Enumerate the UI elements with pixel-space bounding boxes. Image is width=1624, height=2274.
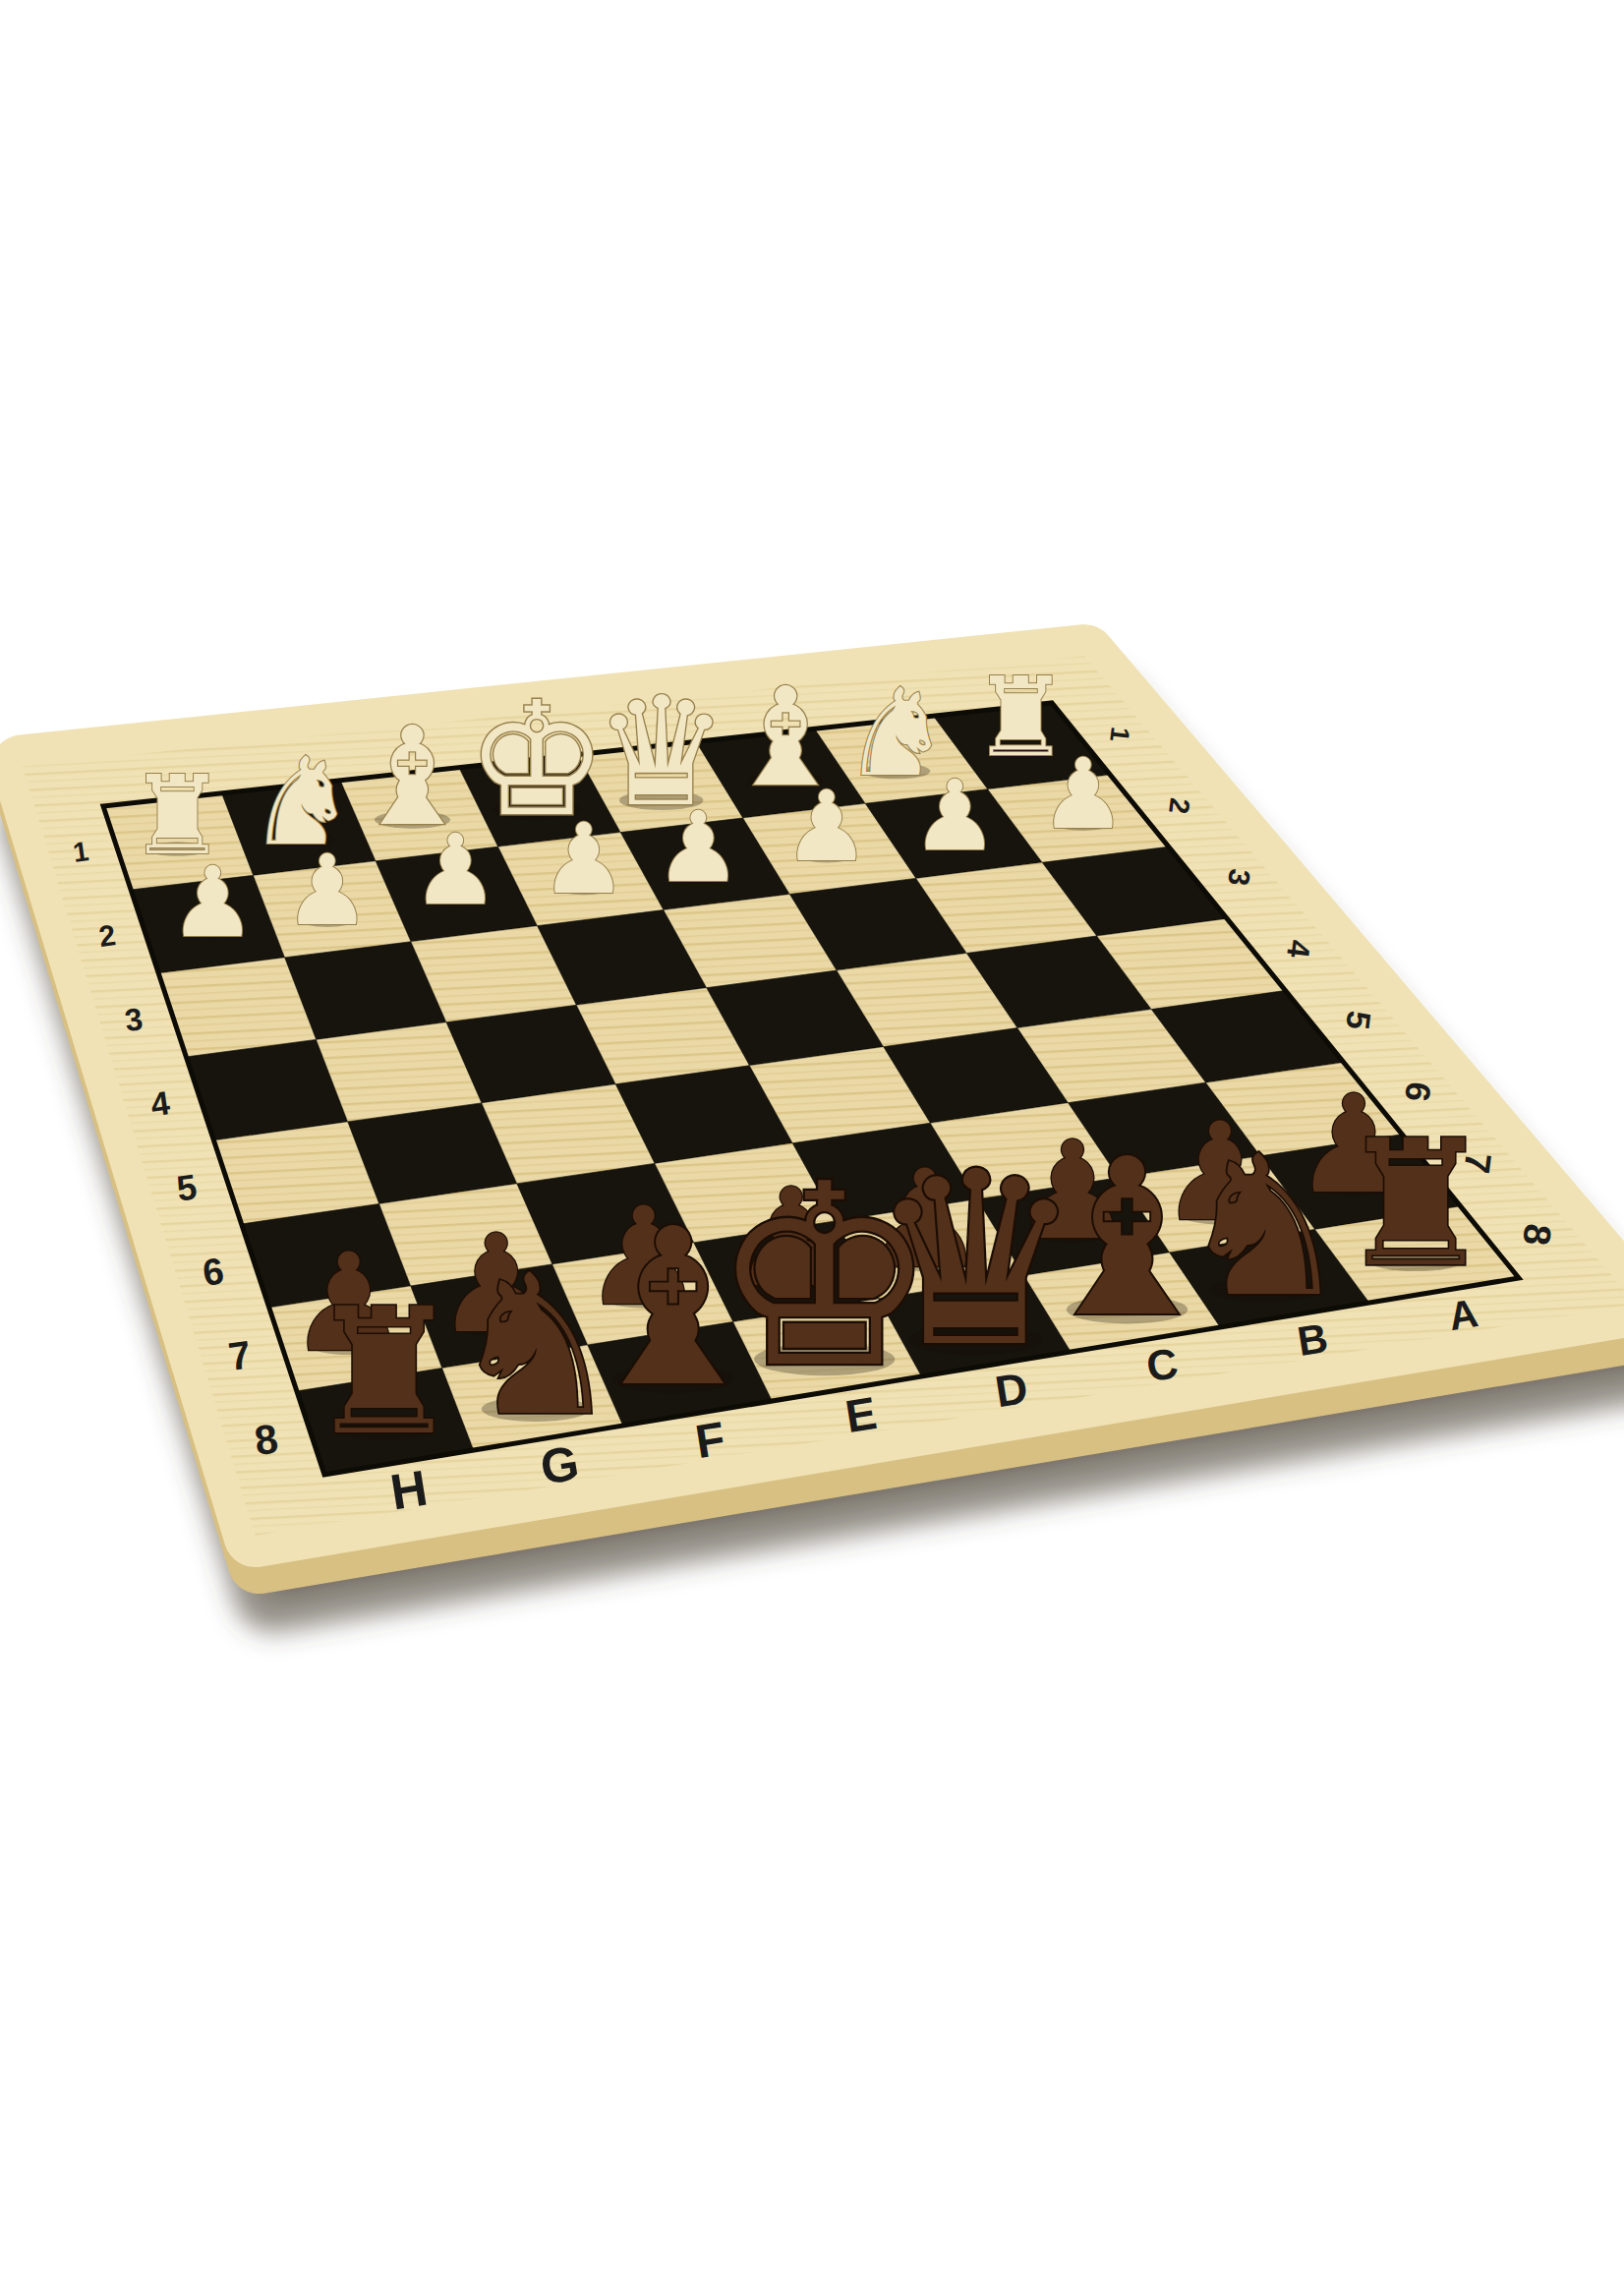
piece-white-pawn-c2[interactable]: ♟ <box>783 770 870 883</box>
piece-white-pawn-b2[interactable]: ♟ <box>911 759 999 872</box>
chess-board: 1234567812345678HGFEDCBA♜♞♝♛♚♝♞♜♟♟♟♟♟♟♟♟… <box>0 0 1624 2274</box>
chess-set-product-photo: 1234567812345678HGFEDCBA♜♞♝♛♚♝♞♜♟♟♟♟♟♟♟♟… <box>0 0 1624 2274</box>
piece-white-pawn-f2[interactable]: ♟ <box>412 813 499 926</box>
piece-white-pawn-a2[interactable]: ♟ <box>1039 737 1127 850</box>
piece-white-pawn-h2[interactable]: ♟ <box>169 845 257 959</box>
piece-black-rook-h8[interactable]: ♜ <box>307 1271 463 1474</box>
piece-white-pawn-d2[interactable]: ♟ <box>655 790 742 904</box>
piece-white-pawn-e2[interactable]: ♟ <box>541 802 628 915</box>
piece-white-pawn-g2[interactable]: ♟ <box>284 834 372 947</box>
piece-black-rook-a8[interactable]: ♜ <box>1338 1103 1494 1306</box>
piece-black-knight-g8[interactable]: ♞ <box>449 1233 622 1458</box>
